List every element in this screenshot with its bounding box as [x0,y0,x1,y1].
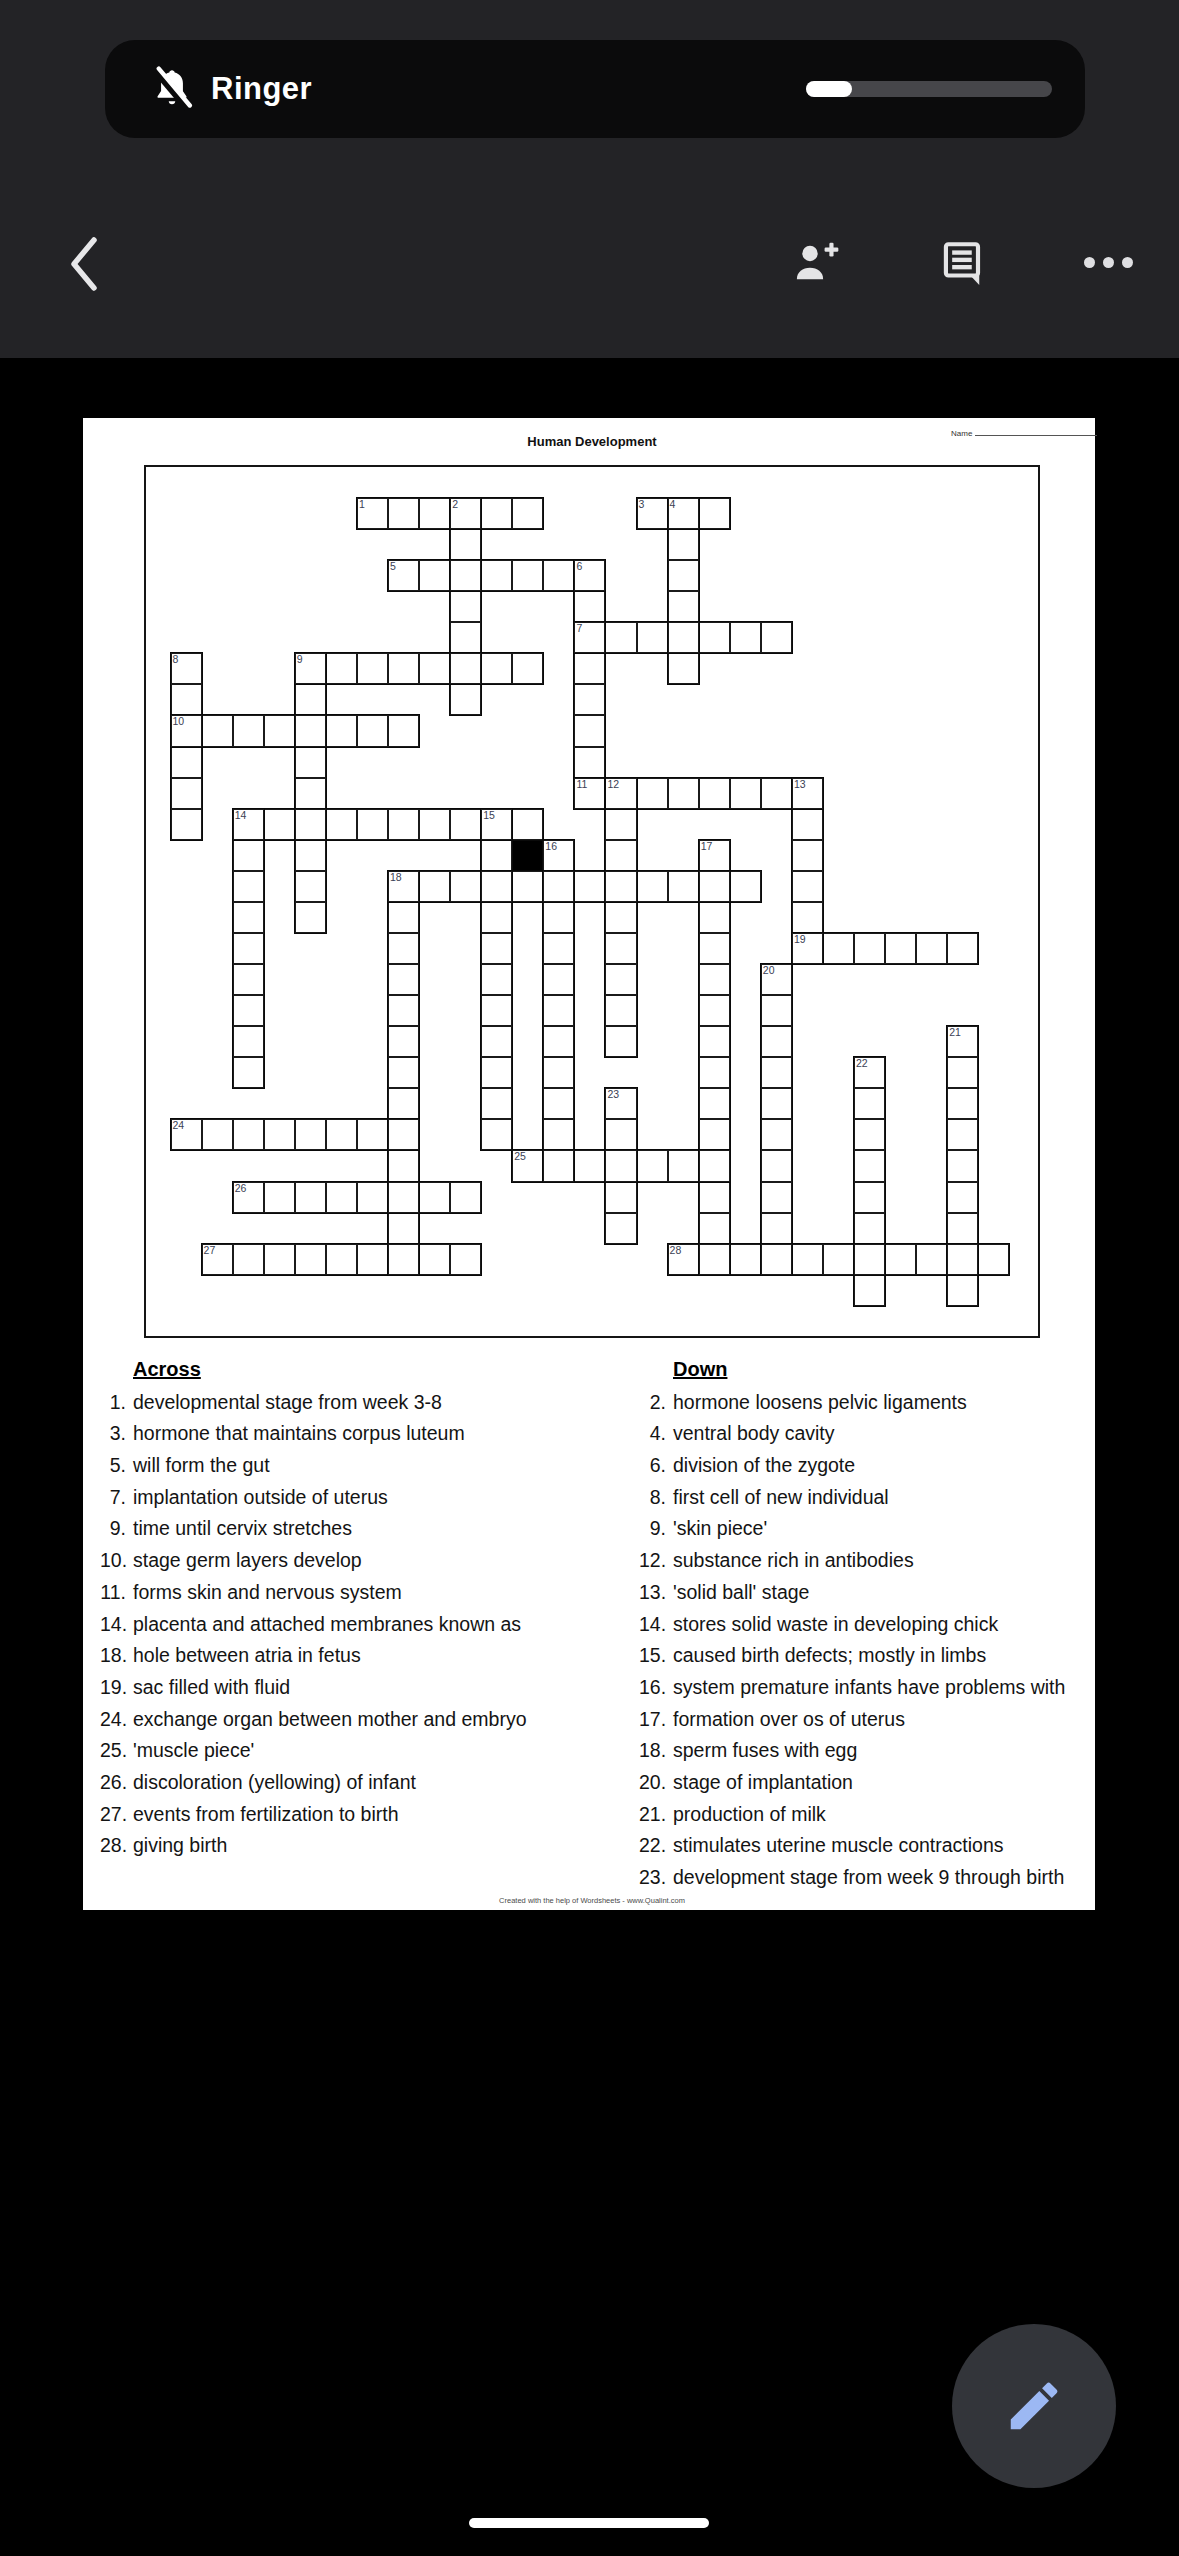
clue-number: 20. [639,1770,666,1794]
crossword-cell [233,1057,264,1088]
dot [1103,257,1114,268]
crossword-cell [730,871,761,902]
crossword-cell [761,995,792,1026]
clue-row: 2.hormone loosens pelvic ligaments [639,1390,1089,1422]
clue-number: 1. [100,1390,126,1414]
crossword-cell [419,871,450,902]
crossword-cell [854,1213,885,1244]
crossword-cell [450,653,481,684]
crossword-cell [605,871,636,902]
crossword-cell [388,995,419,1026]
crossword-cell [481,964,512,995]
crossword-cell [637,778,668,809]
footer-credit: Created with the help of Wordsheets - ww… [144,1896,1040,1905]
crossword-cell [512,1150,543,1181]
clue-number: 13. [639,1580,666,1604]
clue-number: 10. [100,1548,126,1572]
clue-row: 4.ventral body cavity [639,1421,1089,1453]
crossword-cell [947,1244,978,1275]
crossword-cell [605,1182,636,1213]
crossword-cell [388,871,419,902]
clue-row: 14.placenta and attached membranes known… [100,1612,625,1644]
crossword-cell [699,902,730,933]
crossword-cell [761,1182,792,1213]
clue-row: 21.production of milk [639,1802,1089,1834]
clue-row: 10.stage germ layers develop [100,1548,625,1580]
crossword-cell [605,1026,636,1057]
more-options-button[interactable] [1084,254,1138,270]
crossword-cell [233,809,264,840]
crossword-cell [450,622,481,653]
crossword-cell [295,1244,326,1275]
crossword-cell [450,1182,481,1213]
clue-number: 21. [639,1802,666,1826]
clue-text: 'solid ball' stage [673,1580,809,1604]
crossword-cell [978,1244,1009,1275]
crossword-cell [668,591,699,622]
crossword-cell [605,1213,636,1244]
crossword-cell [388,1119,419,1150]
clue-row: 11.forms skin and nervous system [100,1580,625,1612]
clue-text: implantation outside of uterus [133,1485,388,1509]
crossword-cell [388,1213,419,1244]
clue-text: sperm fuses with egg [673,1738,857,1762]
crossword-cell [357,1182,388,1213]
crossword-cell [761,1150,792,1181]
crossword-cell [233,902,264,933]
crossword-cell [574,747,605,778]
clue-row: 5.will form the gut [100,1453,625,1485]
crossword-cell [947,1275,978,1306]
crossword-cell [543,1026,574,1057]
crossword-cell [388,560,419,591]
clue-text: ventral body cavity [673,1421,835,1445]
clue-text: sac filled with fluid [133,1675,290,1699]
clue-row: 13.'solid ball' stage [639,1580,1089,1612]
clue-row: 27.events from fertilization to birth [100,1802,625,1834]
crossword-cell [543,995,574,1026]
clue-row: 16.system premature infants have problem… [639,1675,1089,1707]
crossword-cell [388,498,419,529]
crossword-cell [419,1182,450,1213]
clue-text: discoloration (yellowing) of infant [133,1770,416,1794]
ringer-volume-slider [806,81,1052,97]
crossword-cell [854,1150,885,1181]
clue-number: 24. [100,1707,126,1731]
crossword-cell [233,995,264,1026]
clue-text: formation over os of uterus [673,1707,905,1731]
puzzle-title: Human Development [144,434,1040,449]
clue-text: division of the zygote [673,1453,855,1477]
crossword-cell [668,1244,699,1275]
crossword-cell [388,1088,419,1119]
clue-number: 18. [639,1738,666,1762]
add-person-button[interactable] [790,238,840,288]
crossword-cell [854,1057,885,1088]
black-cell [512,840,543,871]
crossword-cell [637,871,668,902]
crossword-cell [481,809,512,840]
crossword-cell [699,1244,730,1275]
crossword-cell [885,933,916,964]
crossword-cell [450,809,481,840]
clue-row: 18.sperm fuses with egg [639,1738,1089,1770]
ringer-banner: Ringer [105,40,1085,138]
crossword-cell [326,1244,357,1275]
crossword-cell [699,933,730,964]
crossword-cell [792,871,823,902]
crossword-cell [854,1244,885,1275]
clue-number: 18. [100,1643,126,1667]
ringer-volume-fill [806,81,852,97]
crossword-cell [605,622,636,653]
crossword-cell [668,560,699,591]
crossword-cell [761,964,792,995]
clue-number: 2. [639,1390,666,1414]
crossword-cell [947,1150,978,1181]
crossword-cell [171,715,202,746]
crossword-cell [202,715,233,746]
crossword-cell [233,1119,264,1150]
crossword-cell [388,1150,419,1181]
crossword-cell [823,1244,854,1275]
clue-number: 7. [100,1485,126,1509]
clue-number: 9. [639,1516,666,1540]
crossword-cell [543,871,574,902]
crossword-cell [481,840,512,871]
crossword-cell [574,871,605,902]
crossword-cell [233,715,264,746]
crossword-cell [761,778,792,809]
crossword-cell [388,1026,419,1057]
clue-row: 19.sac filled with fluid [100,1675,625,1707]
clue-text: substance rich in antibodies [673,1548,914,1572]
crossword-cell [543,1088,574,1119]
crossword-cell [947,933,978,964]
crossword-cell [947,1057,978,1088]
clue-text: exchange organ between mother and embryo [133,1707,527,1731]
clue-text: hormone loosens pelvic ligaments [673,1390,967,1414]
home-indicator[interactable] [469,2518,709,2528]
crossword-cell [916,933,947,964]
crossword-cell [543,1119,574,1150]
clue-row: 1.developmental stage from week 3-8 [100,1390,625,1422]
crossword-cell [637,622,668,653]
clue-row: 3.hormone that maintains corpus luteum [100,1421,625,1453]
crossword-cell [947,1213,978,1244]
clue-text: production of milk [673,1802,826,1826]
clue-text: forms skin and nervous system [133,1580,402,1604]
crossword-cell [605,964,636,995]
back-button[interactable] [64,234,108,294]
crossword-cell [637,498,668,529]
crossword-cell [357,1244,388,1275]
crossword-cell [512,809,543,840]
crossword-cell [792,1244,823,1275]
crossword-cell [761,1213,792,1244]
crossword-cell [450,591,481,622]
crossword-cell [574,778,605,809]
down-header: Down [673,1358,1089,1390]
crossword-cell [668,529,699,560]
clue-text: events from fertilization to birth [133,1802,399,1826]
crossword-cell [605,933,636,964]
crossword-cell [481,653,512,684]
bell-slash-icon [149,66,195,112]
crossword-cell [295,871,326,902]
crossword-cell [481,902,512,933]
crossword-cell [574,591,605,622]
crossword-cell [761,1026,792,1057]
crossword-cell [699,1119,730,1150]
crossword-cell [854,933,885,964]
crossword-cell [761,1057,792,1088]
crossword-cell [605,902,636,933]
clue-number: 23. [639,1865,666,1889]
clue-number: 8. [639,1485,666,1509]
clue-text: stores solid waste in developing chick [673,1612,998,1636]
crossword-cell [668,1150,699,1181]
crossword-cell [481,1119,512,1150]
edit-fab-button[interactable] [952,2324,1116,2488]
crossword-cell [605,840,636,871]
crossword-cell [512,560,543,591]
crossword-cell [637,1150,668,1181]
crossword-cell [481,1088,512,1119]
clue-number: 5. [100,1453,126,1477]
crossword-cell [792,778,823,809]
crossword-cell [233,1244,264,1275]
crossword-cell [668,622,699,653]
crossword-cell [605,1088,636,1119]
crossword-cell [668,778,699,809]
clue-number: 16. [639,1675,666,1699]
pencil-icon [1003,2375,1065,2437]
crossword-cell [574,560,605,591]
crossword-cell [699,1026,730,1057]
crossword-cell [233,840,264,871]
crossword-cell [730,622,761,653]
clue-row: 18.hole between atria in fetus [100,1643,625,1675]
crossword-cell [295,1182,326,1213]
crossword-cell [233,1026,264,1057]
clue-row: 6.division of the zygote [639,1453,1089,1485]
crossword-cell [605,1119,636,1150]
crossword-cell [419,498,450,529]
crossword-cell [823,933,854,964]
crossword-cell [543,933,574,964]
crossword-cell [699,1213,730,1244]
crossword-cell [450,498,481,529]
clue-row: 20.stage of implantation [639,1770,1089,1802]
dot [1084,257,1095,268]
crossword-cell [295,747,326,778]
clue-row: 9.time until cervix stretches [100,1516,625,1548]
crossword-cell [699,840,730,871]
clue-number: 17. [639,1707,666,1731]
crossword-cell [699,1150,730,1181]
crossword-cell [264,1244,295,1275]
clue-row: 23.development stage from week 9 through… [639,1865,1089,1897]
clue-number: 14. [639,1612,666,1636]
crossword-cell [419,560,450,591]
clue-number: 19. [100,1675,126,1699]
crossword-cell [481,871,512,902]
crossword-cell [450,529,481,560]
crossword-cell [730,778,761,809]
crossword-cell [171,1119,202,1150]
clue-text: developmental stage from week 3-8 [133,1390,442,1414]
crossword-cell [574,622,605,653]
crossword-cell [264,809,295,840]
clue-text: caused birth defects; mostly in limbs [673,1643,986,1667]
crossword-cell [885,1244,916,1275]
crossword-cell [512,653,543,684]
crossword-cell [699,1088,730,1119]
crossword-cell [574,1150,605,1181]
crossword-cell [171,653,202,684]
crossword-cell [202,1244,233,1275]
clue-text: 'muscle piece' [133,1738,254,1762]
clue-number: 11. [100,1580,126,1604]
crossword-cell [171,809,202,840]
clue-number: 14. [100,1612,126,1636]
crossword-cell [792,933,823,964]
across-header: Across [133,1358,625,1390]
clue-text: stage of implantation [673,1770,853,1794]
crossword-cell [295,684,326,715]
crossword-cell [854,1088,885,1119]
crossword-cell [699,964,730,995]
crossword-cell [171,684,202,715]
crossword-cell [574,684,605,715]
crossword-cell [295,715,326,746]
crossword-cell [295,1119,326,1150]
down-clue-list: Down 2.hormone loosens pelvic ligaments4… [639,1358,1089,1897]
crossword-cell [761,1088,792,1119]
crossword-cell [419,653,450,684]
crossword-cell [450,1244,481,1275]
clue-text: system premature infants have problems w… [673,1675,1065,1699]
crossword-cell [419,1244,450,1275]
crossword-cell [419,809,450,840]
crossword-cell [761,1244,792,1275]
crossword-cell [326,715,357,746]
clue-row: 8.first cell of new individual [639,1485,1089,1517]
clue-number: 28. [100,1833,126,1857]
clue-row: 22.stimulates uterine muscle contraction… [639,1833,1089,1865]
crossword-cell [699,622,730,653]
crossword-cell [326,1182,357,1213]
crossword-cell [947,1119,978,1150]
clue-number: 15. [639,1643,666,1667]
crossword-cell [357,715,388,746]
crossword-cell [481,933,512,964]
crossword-cell [171,747,202,778]
top-system-band: Ringer [0,0,1179,358]
crossword-cell [574,653,605,684]
document-page[interactable]: Name Human Development 12345678910111213… [83,418,1095,1910]
crossword-cell [574,715,605,746]
crossword-cell [388,964,419,995]
clue-row: 26.discoloration (yellowing) of infant [100,1770,625,1802]
crossword-cell [481,498,512,529]
clue-number: 22. [639,1833,666,1857]
clue-row: 9.'skin piece' [639,1516,1089,1548]
clue-row: 28.giving birth [100,1833,625,1865]
crossword-cell [543,1150,574,1181]
crossword-cell [668,498,699,529]
clue-row: 15.caused birth defects; mostly in limbs [639,1643,1089,1675]
crossword-cell [512,498,543,529]
crossword-cell [854,1182,885,1213]
ringer-label: Ringer [211,71,312,107]
clue-number: 6. [639,1453,666,1477]
clue-text: 'skin piece' [673,1516,767,1540]
crossword-cell [916,1244,947,1275]
crossword-cell [792,902,823,933]
crossword-cell [699,871,730,902]
crossword-cell [668,653,699,684]
crossword-cell [171,778,202,809]
crossword-cell [357,1119,388,1150]
crossword-cell [543,964,574,995]
crossword-cell [699,498,730,529]
crossword-cell [947,1182,978,1213]
clue-number: 26. [100,1770,126,1794]
crossword-cell [233,964,264,995]
crossword-cell [388,933,419,964]
crossword-cell [295,840,326,871]
crossword-cell [792,840,823,871]
clue-text: placenta and attached membranes known as [133,1612,521,1636]
crossword-cell [233,871,264,902]
clue-text: hole between atria in fetus [133,1643,361,1667]
clue-text: development stage from week 9 through bi… [673,1865,1064,1889]
crossword-cell [295,653,326,684]
clue-number: 25. [100,1738,126,1762]
crossword-cell [512,871,543,902]
crossword-cell [481,995,512,1026]
clue-row: 24.exchange organ between mother and emb… [100,1707,625,1739]
crossword-cell [761,622,792,653]
crossword-cell [295,809,326,840]
crossword-cell [388,715,419,746]
crossword-cell [699,1182,730,1213]
crossword-cell [605,778,636,809]
clue-number: 3. [100,1421,126,1445]
crossword-cell [605,809,636,840]
clue-text: time until cervix stretches [133,1516,352,1540]
crossword-cell [947,1026,978,1057]
crossword-cell [326,653,357,684]
clue-row: 14.stores solid waste in developing chic… [639,1612,1089,1644]
crossword-cell [481,1026,512,1057]
crossword-cell [233,933,264,964]
clue-number: 4. [639,1421,666,1445]
crossword-cell [295,902,326,933]
clue-number: 27. [100,1802,126,1826]
clue-text: stage germ layers develop [133,1548,362,1572]
crossword-cell [295,778,326,809]
dot [1122,257,1133,268]
clue-number: 12. [639,1548,666,1572]
crossword-cell [233,1182,264,1213]
clue-text: first cell of new individual [673,1485,889,1509]
crossword-cell [388,902,419,933]
comments-button[interactable] [938,238,988,288]
clue-text: stimulates uterine muscle contractions [673,1833,1004,1857]
